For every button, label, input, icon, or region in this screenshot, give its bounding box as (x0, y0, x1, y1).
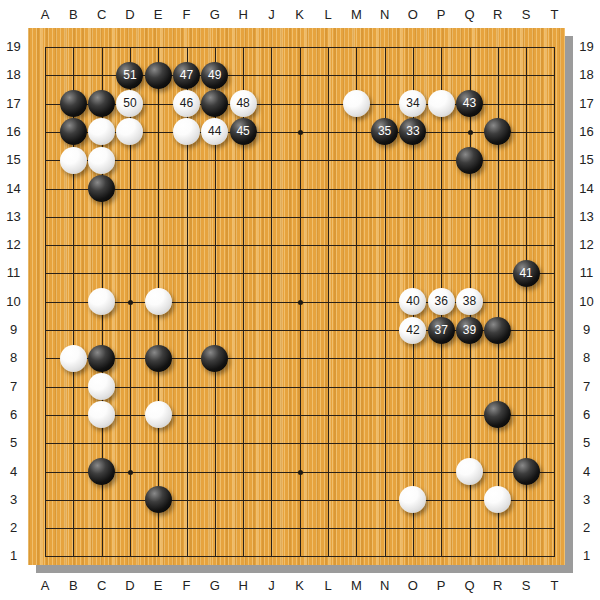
coordinate-label-bottom-F: F (173, 574, 201, 598)
stone-black-E3[interactable] (145, 486, 172, 513)
coordinate-label-left-14: 14 (0, 177, 27, 201)
coordinate-label-top-N: N (371, 3, 399, 27)
page-background: 51474950464834434445353341403638423739 A… (0, 0, 600, 600)
coordinate-label-top-A: A (31, 3, 59, 27)
stone-black-B16[interactable] (60, 118, 87, 145)
coordinate-label-bottom-D: D (116, 574, 144, 598)
coordinate-label-left-12: 12 (0, 233, 27, 257)
coordinate-label-right-12: 12 (573, 233, 600, 257)
coordinate-label-left-11: 11 (0, 261, 27, 285)
stone-white-O9[interactable]: 42 (399, 317, 426, 344)
coordinate-label-right-18: 18 (573, 63, 600, 87)
stone-white-P17[interactable] (428, 90, 455, 117)
stone-black-D18[interactable]: 51 (116, 62, 143, 89)
move-number: 35 (378, 124, 391, 138)
coordinate-label-left-13: 13 (0, 205, 27, 229)
coordinate-label-left-3: 3 (0, 488, 27, 512)
stone-black-N16[interactable]: 35 (371, 118, 398, 145)
coordinate-label-top-C: C (88, 3, 116, 27)
coordinate-label-bottom-M: M (342, 574, 370, 598)
coordinate-label-top-F: F (173, 3, 201, 27)
coordinate-label-top-S: S (512, 3, 540, 27)
stone-white-Q10[interactable]: 38 (456, 288, 483, 315)
coordinate-label-bottom-E: E (144, 574, 172, 598)
coordinate-label-bottom-B: B (59, 574, 87, 598)
coordinate-label-left-19: 19 (0, 35, 27, 59)
move-number: 46 (180, 96, 193, 110)
stone-black-F18[interactable]: 47 (173, 62, 200, 89)
move-number: 47 (180, 68, 193, 82)
coordinate-label-top-L: L (314, 3, 342, 27)
stone-white-F16[interactable] (173, 118, 200, 145)
coordinate-label-top-P: P (427, 3, 455, 27)
stone-black-R9[interactable] (484, 317, 511, 344)
move-number: 39 (463, 323, 476, 337)
coordinate-label-left-9: 9 (0, 318, 27, 342)
coordinate-label-top-M: M (342, 3, 370, 27)
coordinate-label-bottom-S: S (512, 574, 540, 598)
coordinate-label-right-5: 5 (573, 431, 600, 455)
coordinate-label-top-H: H (229, 3, 257, 27)
stone-white-C7[interactable] (88, 373, 115, 400)
stone-black-G18[interactable]: 49 (201, 62, 228, 89)
coordinate-label-top-G: G (201, 3, 229, 27)
coordinate-label-right-16: 16 (573, 120, 600, 144)
coordinate-label-right-3: 3 (573, 488, 600, 512)
stone-black-C4[interactable] (88, 458, 115, 485)
move-number: 33 (406, 124, 419, 138)
coordinate-label-left-15: 15 (0, 148, 27, 172)
grid-line-horizontal (45, 358, 555, 359)
stone-white-O3[interactable] (399, 486, 426, 513)
move-number: 49 (208, 68, 221, 82)
stone-white-B15[interactable] (60, 147, 87, 174)
coordinate-label-top-T: T (540, 3, 568, 27)
stone-white-C16[interactable] (88, 118, 115, 145)
stone-black-C14[interactable] (88, 175, 115, 202)
coordinate-label-bottom-T: T (540, 574, 568, 598)
stone-white-D17[interactable]: 50 (116, 90, 143, 117)
move-number: 50 (123, 96, 136, 110)
coordinate-label-left-7: 7 (0, 375, 27, 399)
stone-white-O10[interactable]: 40 (399, 288, 426, 315)
coordinate-label-right-13: 13 (573, 205, 600, 229)
star-point-K16 (298, 130, 303, 135)
stone-black-H16[interactable]: 45 (230, 118, 257, 145)
coordinate-label-right-9: 9 (573, 318, 600, 342)
coordinate-label-right-7: 7 (573, 375, 600, 399)
stone-white-E6[interactable] (145, 401, 172, 428)
coordinate-label-right-4: 4 (573, 460, 600, 484)
stone-white-H17[interactable]: 48 (230, 90, 257, 117)
grid-line-horizontal (45, 528, 555, 529)
move-number: 51 (123, 68, 136, 82)
move-number: 38 (463, 294, 476, 308)
coordinate-label-top-J: J (257, 3, 285, 27)
stone-black-R6[interactable] (484, 401, 511, 428)
coordinate-label-bottom-L: L (314, 574, 342, 598)
coordinate-label-right-11: 11 (573, 261, 600, 285)
coordinate-label-bottom-C: C (88, 574, 116, 598)
coordinate-label-bottom-P: P (427, 574, 455, 598)
coordinate-label-right-6: 6 (573, 403, 600, 427)
coordinate-label-top-E: E (144, 3, 172, 27)
star-point-K10 (298, 300, 303, 305)
star-point-D10 (128, 300, 133, 305)
move-number: 48 (236, 96, 249, 110)
coordinate-label-left-4: 4 (0, 460, 27, 484)
grid-line-horizontal (45, 500, 555, 501)
coordinate-label-top-O: O (399, 3, 427, 27)
coordinate-label-right-2: 2 (573, 516, 600, 540)
stone-black-E8[interactable] (145, 345, 172, 372)
move-number: 45 (236, 124, 249, 138)
move-number: 34 (406, 96, 419, 110)
stone-white-Q4[interactable] (456, 458, 483, 485)
coordinate-label-left-8: 8 (0, 346, 27, 370)
coordinate-label-left-2: 2 (0, 516, 27, 540)
coordinate-label-right-10: 10 (573, 290, 600, 314)
coordinate-label-right-14: 14 (573, 177, 600, 201)
coordinate-label-bottom-A: A (31, 574, 59, 598)
coordinate-label-bottom-Q: Q (456, 574, 484, 598)
stone-black-G8[interactable] (201, 345, 228, 372)
move-number: 36 (435, 294, 448, 308)
coordinate-label-top-B: B (59, 3, 87, 27)
coordinate-label-left-16: 16 (0, 120, 27, 144)
stone-white-C15[interactable] (88, 147, 115, 174)
stone-black-E18[interactable] (145, 62, 172, 89)
move-number: 41 (519, 266, 532, 280)
coordinate-label-top-R: R (484, 3, 512, 27)
stone-black-Q17[interactable]: 43 (456, 90, 483, 117)
star-point-K4 (298, 470, 303, 475)
stone-black-P9[interactable]: 37 (428, 317, 455, 344)
stone-black-R16[interactable] (484, 118, 511, 145)
grid-line-vertical (328, 47, 329, 557)
grid-line-horizontal (45, 443, 555, 444)
stone-black-C8[interactable] (88, 345, 115, 372)
stone-black-Q15[interactable] (456, 147, 483, 174)
coordinate-label-left-17: 17 (0, 92, 27, 116)
go-board[interactable]: 51474950464834434445353341403638423739 (28, 28, 565, 565)
stone-white-O17[interactable]: 34 (399, 90, 426, 117)
grid-line-horizontal (45, 387, 555, 388)
grid-line-horizontal (45, 415, 555, 416)
stone-white-G16[interactable]: 44 (201, 118, 228, 145)
stone-black-O16[interactable]: 33 (399, 118, 426, 145)
stone-white-R3[interactable] (484, 486, 511, 513)
coordinate-label-right-1: 1 (573, 544, 600, 568)
stone-white-C10[interactable] (88, 288, 115, 315)
coordinate-label-bottom-J: J (257, 574, 285, 598)
coordinate-label-left-10: 10 (0, 290, 27, 314)
stone-white-M17[interactable] (343, 90, 370, 117)
stone-black-S4[interactable] (513, 458, 540, 485)
coordinate-label-right-8: 8 (573, 346, 600, 370)
coordinate-label-left-6: 6 (0, 403, 27, 427)
grid-line-vertical (356, 47, 357, 557)
stone-black-G17[interactable] (201, 90, 228, 117)
coordinate-label-right-15: 15 (573, 148, 600, 172)
coordinate-label-bottom-G: G (201, 574, 229, 598)
grid-line-horizontal (45, 556, 555, 557)
move-number: 43 (463, 96, 476, 110)
coordinate-label-left-1: 1 (0, 544, 27, 568)
stone-white-D16[interactable] (116, 118, 143, 145)
stone-black-B17[interactable] (60, 90, 87, 117)
stone-white-P10[interactable]: 36 (428, 288, 455, 315)
grid-line-vertical (554, 47, 555, 557)
star-point-D4 (128, 470, 133, 475)
coordinate-label-left-18: 18 (0, 63, 27, 87)
stone-white-E10[interactable] (145, 288, 172, 315)
coordinate-label-top-Q: Q (456, 3, 484, 27)
coordinate-label-bottom-R: R (484, 574, 512, 598)
star-point-Q16 (468, 130, 473, 135)
stone-white-F17[interactable]: 46 (173, 90, 200, 117)
move-number: 37 (435, 323, 448, 337)
coordinate-label-left-5: 5 (0, 431, 27, 455)
coordinate-label-right-19: 19 (573, 35, 600, 59)
coordinate-label-bottom-N: N (371, 574, 399, 598)
coordinate-label-top-K: K (286, 3, 314, 27)
coordinate-label-bottom-O: O (399, 574, 427, 598)
coordinate-label-bottom-H: H (229, 574, 257, 598)
stone-black-Q9[interactable]: 39 (456, 317, 483, 344)
move-number: 40 (406, 294, 419, 308)
stone-white-C6[interactable] (88, 401, 115, 428)
stone-white-B8[interactable] (60, 345, 87, 372)
move-number: 42 (406, 323, 419, 337)
stone-black-C17[interactable] (88, 90, 115, 117)
coordinate-label-right-17: 17 (573, 92, 600, 116)
stone-black-S11[interactable]: 41 (513, 260, 540, 287)
coordinate-label-top-D: D (116, 3, 144, 27)
move-number: 44 (208, 124, 221, 138)
coordinate-label-bottom-K: K (286, 574, 314, 598)
